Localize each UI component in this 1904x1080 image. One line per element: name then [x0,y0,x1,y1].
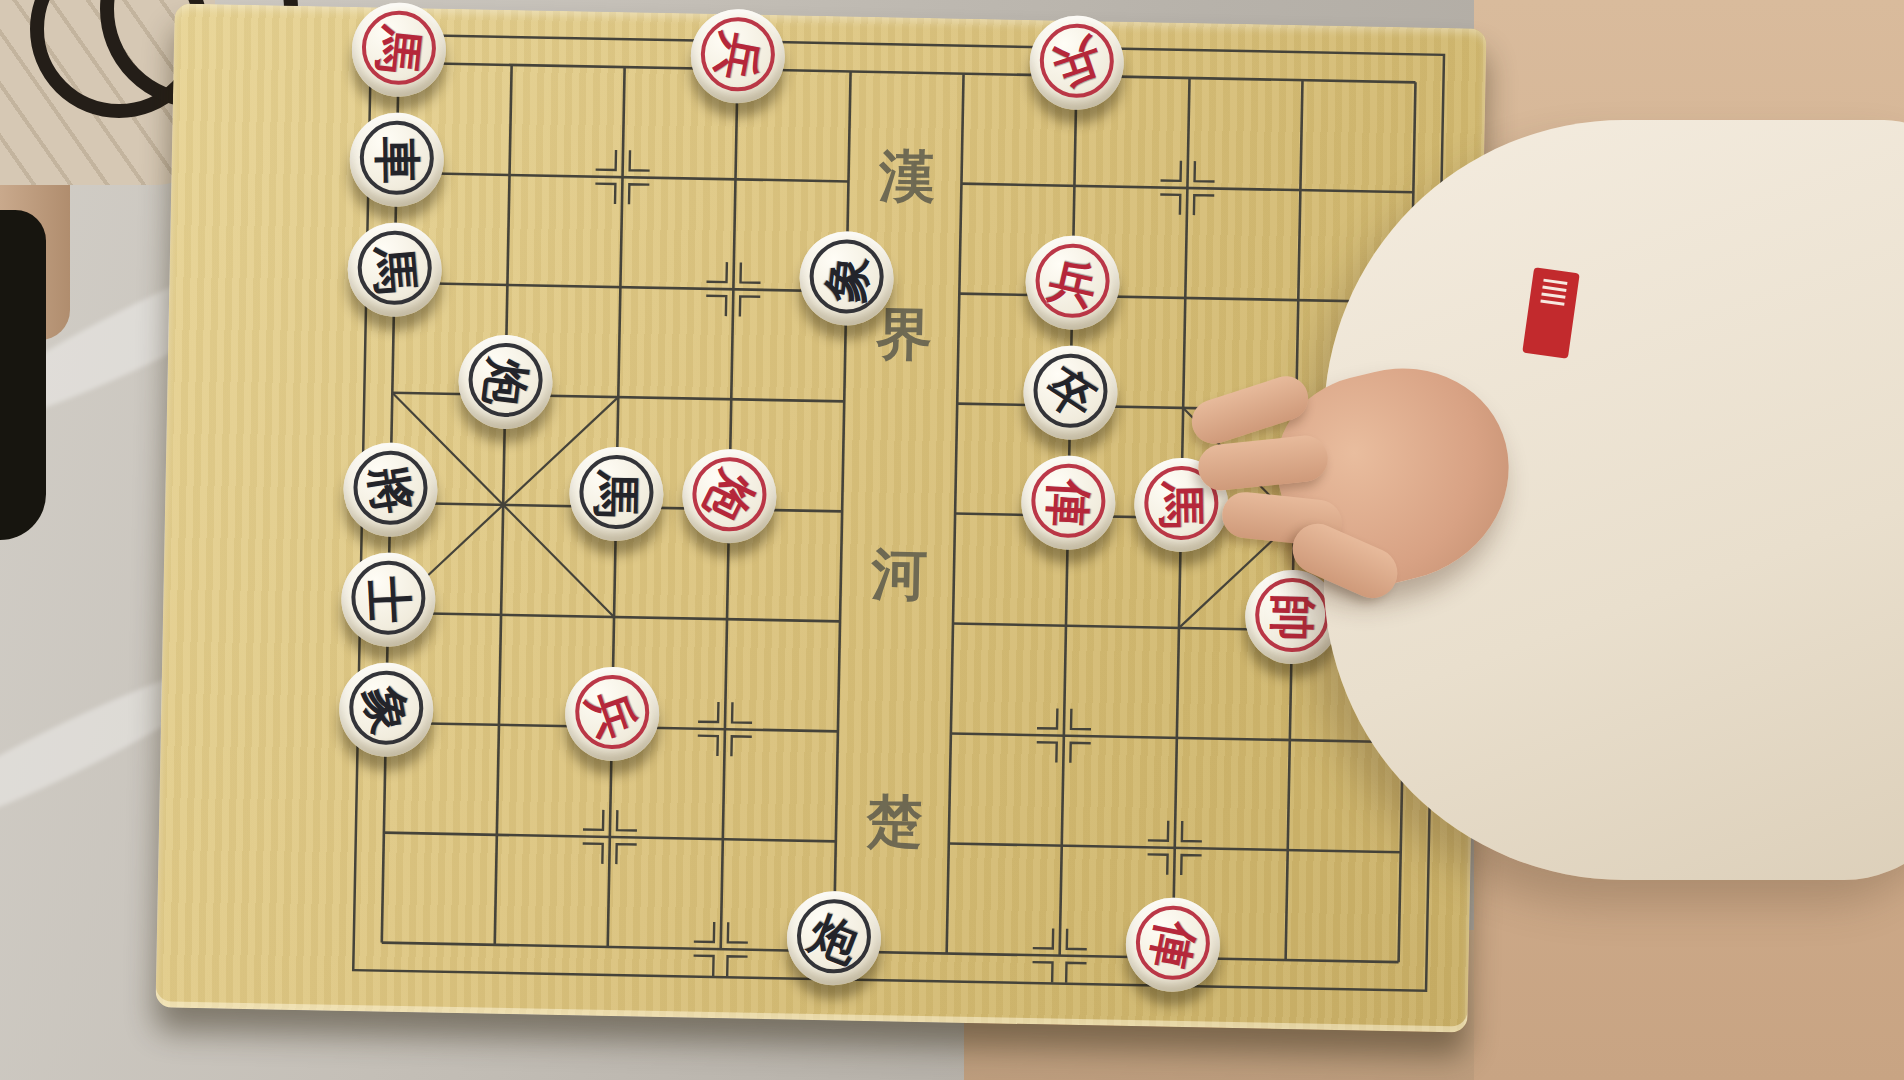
piece-character: 兵 [1044,255,1100,311]
piece-character: 兵 [710,29,765,84]
piece-character: 士 [364,575,413,624]
player-hand [1170,300,1530,600]
piece-character: 將 [364,463,418,517]
piece-character: 帥 [1268,593,1316,641]
piece-character: 炮 [479,356,531,408]
piece-character: 馬 [373,24,425,76]
river-character: 楚 [859,784,930,861]
piece-character: 車 [373,136,421,184]
dark-chair-leg [0,210,46,540]
photo-scene: { "game": "xiangqi", "scene": { "descrip… [0,0,1904,1080]
piece-character: 俥 [1044,478,1093,527]
piece-character: 象 [359,682,414,737]
piece-character: 俥 [1145,917,1200,972]
piece-character: 馬 [592,470,640,518]
river-character: 漢 [871,139,942,216]
river-character: 河 [864,537,935,614]
piece-character: 象 [821,253,873,305]
piece-character: 馬 [369,244,420,295]
